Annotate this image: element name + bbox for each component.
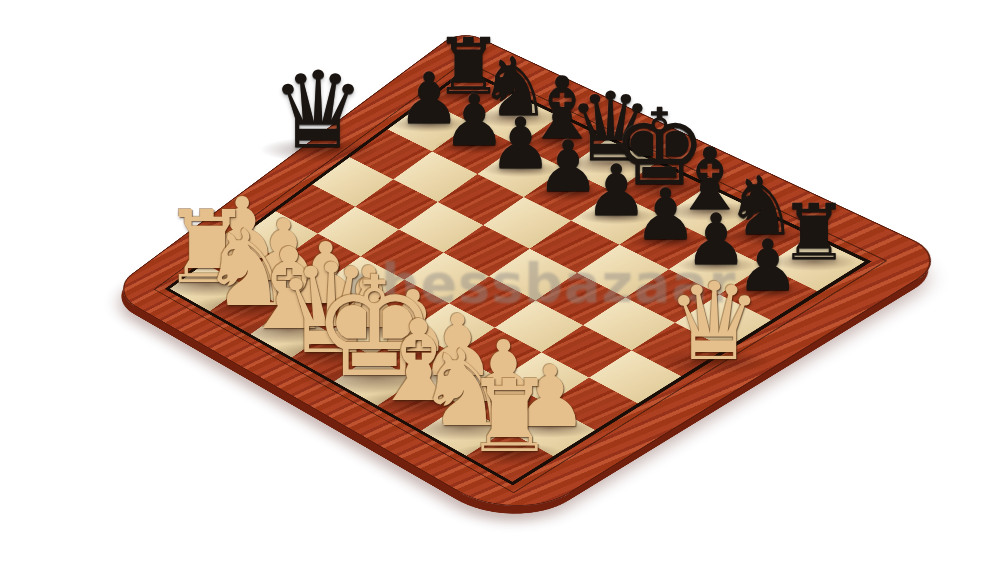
watermark-text: chessbazaar bbox=[348, 252, 736, 315]
chess-product-photo: chessbazaar ♜♞♝♛♚♝♞♜♟♟♟♟♟♟♟♟♟♟♟♟♟♟♟♟♜♞♝♛… bbox=[0, 0, 1000, 562]
